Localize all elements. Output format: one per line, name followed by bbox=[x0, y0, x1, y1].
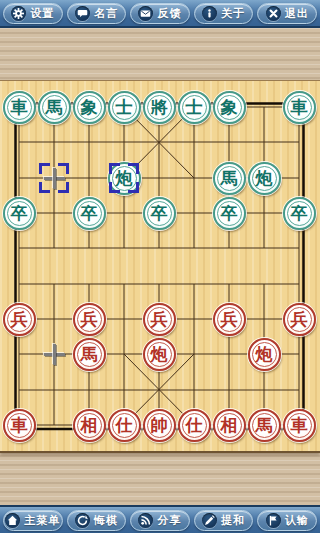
piece-red-advisor[interactable]: 仕 bbox=[108, 409, 141, 442]
piece-glyph: 兵 bbox=[291, 311, 308, 328]
gear-icon bbox=[11, 6, 26, 21]
piece-glyph: 馬 bbox=[256, 417, 273, 434]
piece-red-soldier[interactable]: 兵 bbox=[143, 303, 176, 336]
resign-button[interactable]: 认输 bbox=[257, 510, 317, 531]
resign-label: 认输 bbox=[285, 513, 309, 528]
piece-glyph: 象 bbox=[221, 99, 238, 116]
undo-move-button[interactable]: 悔棋 bbox=[67, 510, 127, 531]
piece-red-chariot[interactable]: 車 bbox=[3, 409, 36, 442]
piece-red-soldier[interactable]: 兵 bbox=[283, 303, 316, 336]
offer-draw-button[interactable]: 提和 bbox=[194, 510, 254, 531]
piece-glyph: 士 bbox=[186, 99, 203, 116]
piece-glyph: 馬 bbox=[46, 99, 63, 116]
share-label: 分享 bbox=[157, 513, 181, 528]
quotes-label: 名言 bbox=[94, 6, 118, 21]
piece-glyph: 帥 bbox=[151, 417, 168, 434]
share-icon bbox=[138, 513, 153, 528]
piece-glyph: 卒 bbox=[11, 205, 28, 222]
main-menu-label: 主菜单 bbox=[24, 513, 60, 528]
piece-black-advisor[interactable]: 士 bbox=[178, 91, 211, 124]
piece-black-soldier[interactable]: 卒 bbox=[73, 197, 106, 230]
top-toolbar: 设置 名言 反馈 关于 退出 bbox=[0, 0, 320, 28]
piece-red-cannon[interactable]: 炮 bbox=[143, 338, 176, 371]
share-button[interactable]: 分享 bbox=[130, 510, 190, 531]
cursor-crosshair-marker bbox=[44, 344, 65, 365]
exit-button[interactable]: 退出 bbox=[257, 3, 317, 24]
piece-red-general[interactable]: 帥 bbox=[143, 409, 176, 442]
undo-move-label: 悔棋 bbox=[94, 513, 118, 528]
settings-label: 设置 bbox=[30, 6, 54, 21]
piece-glyph: 仕 bbox=[186, 417, 203, 434]
piece-glyph: 馬 bbox=[221, 170, 238, 187]
piece-glyph: 相 bbox=[81, 417, 98, 434]
piece-black-advisor[interactable]: 士 bbox=[108, 91, 141, 124]
piece-red-chariot[interactable]: 車 bbox=[283, 409, 316, 442]
info-icon bbox=[202, 6, 217, 21]
about-label: 关于 bbox=[221, 6, 245, 21]
feedback-label: 反馈 bbox=[157, 6, 181, 21]
exit-label: 退出 bbox=[285, 6, 309, 21]
piece-glyph: 炮 bbox=[151, 346, 168, 363]
piece-glyph: 車 bbox=[291, 417, 308, 434]
last-move-to-marker bbox=[109, 163, 139, 193]
piece-black-soldier[interactable]: 卒 bbox=[3, 197, 36, 230]
piece-black-elephant[interactable]: 象 bbox=[213, 91, 246, 124]
board-area: 車馬象士將士象車炮馬炮卒卒卒卒卒兵兵兵兵兵馬炮炮車相仕帥仕相馬車 bbox=[0, 28, 320, 505]
piece-red-cannon[interactable]: 炮 bbox=[248, 338, 281, 371]
about-button[interactable]: 关于 bbox=[194, 3, 254, 24]
piece-glyph: 兵 bbox=[81, 311, 98, 328]
piece-glyph: 卒 bbox=[221, 205, 238, 222]
close-icon bbox=[266, 6, 281, 21]
piece-red-elephant[interactable]: 相 bbox=[73, 409, 106, 442]
piece-red-horse[interactable]: 馬 bbox=[73, 338, 106, 371]
piece-glyph: 相 bbox=[221, 417, 238, 434]
piece-black-elephant[interactable]: 象 bbox=[73, 91, 106, 124]
piece-red-advisor[interactable]: 仕 bbox=[178, 409, 211, 442]
undo-icon bbox=[75, 513, 90, 528]
piece-glyph: 兵 bbox=[11, 311, 28, 328]
piece-red-soldier[interactable]: 兵 bbox=[73, 303, 106, 336]
piece-glyph: 車 bbox=[291, 99, 308, 116]
piece-black-chariot[interactable]: 車 bbox=[3, 91, 36, 124]
piece-black-cannon[interactable]: 炮 bbox=[248, 162, 281, 195]
piece-glyph: 兵 bbox=[221, 311, 238, 328]
piece-glyph: 車 bbox=[11, 417, 28, 434]
home-icon bbox=[5, 513, 20, 528]
piece-glyph: 炮 bbox=[256, 346, 273, 363]
piece-black-general[interactable]: 將 bbox=[143, 91, 176, 124]
offer-draw-label: 提和 bbox=[221, 513, 245, 528]
piece-glyph: 將 bbox=[151, 99, 168, 116]
quotes-button[interactable]: 名言 bbox=[67, 3, 127, 24]
piece-red-soldier[interactable]: 兵 bbox=[213, 303, 246, 336]
speech-bubble-icon bbox=[75, 6, 90, 21]
piece-black-chariot[interactable]: 車 bbox=[283, 91, 316, 124]
flag-icon bbox=[266, 513, 281, 528]
piece-red-elephant[interactable]: 相 bbox=[213, 409, 246, 442]
bottom-toolbar: 主菜单 悔棋 分享 提和 认输 bbox=[0, 505, 320, 533]
piece-glyph: 象 bbox=[81, 99, 98, 116]
piece-black-soldier[interactable]: 卒 bbox=[283, 197, 316, 230]
piece-glyph: 仕 bbox=[116, 417, 133, 434]
feedback-button[interactable]: 反馈 bbox=[130, 3, 190, 24]
piece-glyph: 馬 bbox=[81, 346, 98, 363]
main-menu-button[interactable]: 主菜单 bbox=[3, 510, 63, 531]
piece-glyph: 卒 bbox=[81, 205, 98, 222]
piece-black-soldier[interactable]: 卒 bbox=[213, 197, 246, 230]
piece-glyph: 士 bbox=[116, 99, 133, 116]
envelope-icon bbox=[138, 6, 153, 21]
settings-button[interactable]: 设置 bbox=[3, 3, 63, 24]
piece-black-horse[interactable]: 馬 bbox=[213, 162, 246, 195]
piece-glyph: 兵 bbox=[151, 311, 168, 328]
piece-red-soldier[interactable]: 兵 bbox=[3, 303, 36, 336]
pencil-icon bbox=[202, 513, 217, 528]
pieces-layer: 車馬象士將士象車炮馬炮卒卒卒卒卒兵兵兵兵兵馬炮炮車相仕帥仕相馬車 bbox=[0, 28, 320, 505]
last-move-from-crosshair-marker bbox=[44, 168, 65, 189]
piece-black-horse[interactable]: 馬 bbox=[38, 91, 71, 124]
piece-red-horse[interactable]: 馬 bbox=[248, 409, 281, 442]
piece-black-soldier[interactable]: 卒 bbox=[143, 197, 176, 230]
piece-glyph: 車 bbox=[11, 99, 28, 116]
piece-glyph: 卒 bbox=[151, 205, 168, 222]
piece-glyph: 炮 bbox=[256, 170, 273, 187]
piece-glyph: 卒 bbox=[291, 205, 308, 222]
